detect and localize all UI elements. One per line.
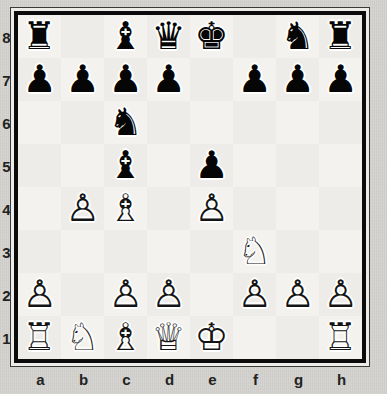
square-e3[interactable] xyxy=(190,230,233,273)
square-f5[interactable] xyxy=(233,144,276,187)
piece-black-knight: ♞ xyxy=(280,17,314,55)
board-border: ♜♝♛♚♞♜♟♟♟♟♟♟♟♞♝♟♙♗♙♘♙♙♙♙♙♙♖♘♗♕♔♖ xyxy=(14,11,366,363)
piece-black-pawn: ♟ xyxy=(151,60,185,98)
square-h8[interactable]: ♜ xyxy=(319,15,362,58)
square-b4[interactable]: ♙ xyxy=(61,187,104,230)
piece-white-knight: ♘ xyxy=(237,232,271,270)
piece-black-knight: ♞ xyxy=(108,103,142,141)
piece-black-pawn: ♟ xyxy=(194,146,228,184)
file-label-e: e xyxy=(191,371,234,388)
square-e1[interactable]: ♔ xyxy=(190,316,233,359)
square-f8[interactable] xyxy=(233,15,276,58)
square-f6[interactable] xyxy=(233,101,276,144)
square-e6[interactable] xyxy=(190,101,233,144)
square-f2[interactable]: ♙ xyxy=(233,273,276,316)
square-a5[interactable] xyxy=(18,144,61,187)
square-e2[interactable] xyxy=(190,273,233,316)
square-f3[interactable]: ♘ xyxy=(233,230,276,273)
square-d8[interactable]: ♛ xyxy=(147,15,190,58)
square-c5[interactable]: ♝ xyxy=(104,144,147,187)
square-c1[interactable]: ♗ xyxy=(104,316,147,359)
square-h2[interactable]: ♙ xyxy=(319,273,362,316)
square-h3[interactable] xyxy=(319,230,362,273)
square-b3[interactable] xyxy=(61,230,104,273)
square-b8[interactable] xyxy=(61,15,104,58)
square-g4[interactable] xyxy=(276,187,319,230)
square-c8[interactable]: ♝ xyxy=(104,15,147,58)
piece-white-knight: ♘ xyxy=(65,318,99,356)
piece-white-pawn: ♙ xyxy=(22,275,56,313)
file-label-b: b xyxy=(62,371,105,388)
square-h1[interactable]: ♖ xyxy=(319,316,362,359)
square-e8[interactable]: ♚ xyxy=(190,15,233,58)
square-b1[interactable]: ♘ xyxy=(61,316,104,359)
piece-white-rook: ♖ xyxy=(22,318,56,356)
piece-white-pawn: ♙ xyxy=(65,189,99,227)
piece-black-pawn: ♟ xyxy=(323,60,357,98)
square-d1[interactable]: ♕ xyxy=(147,316,190,359)
square-g5[interactable] xyxy=(276,144,319,187)
piece-black-king: ♚ xyxy=(194,17,228,55)
piece-black-pawn: ♟ xyxy=(65,60,99,98)
square-b2[interactable] xyxy=(61,273,104,316)
square-c7[interactable]: ♟ xyxy=(104,58,147,101)
square-d6[interactable] xyxy=(147,101,190,144)
square-f4[interactable] xyxy=(233,187,276,230)
square-g6[interactable] xyxy=(276,101,319,144)
file-label-h: h xyxy=(320,371,363,388)
square-d7[interactable]: ♟ xyxy=(147,58,190,101)
square-c2[interactable]: ♙ xyxy=(104,273,147,316)
piece-black-pawn: ♟ xyxy=(280,60,314,98)
piece-white-pawn: ♙ xyxy=(237,275,271,313)
piece-black-queen: ♛ xyxy=(151,17,185,55)
piece-black-bishop: ♝ xyxy=(108,146,142,184)
piece-white-pawn: ♙ xyxy=(280,275,314,313)
piece-black-pawn: ♟ xyxy=(108,60,142,98)
square-f7[interactable]: ♟ xyxy=(233,58,276,101)
square-g7[interactable]: ♟ xyxy=(276,58,319,101)
square-b7[interactable]: ♟ xyxy=(61,58,104,101)
square-g8[interactable]: ♞ xyxy=(276,15,319,58)
square-e7[interactable] xyxy=(190,58,233,101)
square-h4[interactable] xyxy=(319,187,362,230)
board-grid: ♜♝♛♚♞♜♟♟♟♟♟♟♟♞♝♟♙♗♙♘♙♙♙♙♙♙♖♘♗♕♔♖ xyxy=(18,15,362,359)
square-f1[interactable] xyxy=(233,316,276,359)
piece-white-queen: ♕ xyxy=(151,318,185,356)
square-a4[interactable] xyxy=(18,187,61,230)
piece-black-rook: ♜ xyxy=(22,17,56,55)
square-b5[interactable] xyxy=(61,144,104,187)
square-a8[interactable]: ♜ xyxy=(18,15,61,58)
piece-white-king: ♔ xyxy=(194,318,228,356)
square-c3[interactable] xyxy=(104,230,147,273)
piece-white-bishop: ♗ xyxy=(108,189,142,227)
square-a7[interactable]: ♟ xyxy=(18,58,61,101)
chess-diagram: 87654321 ♜♝♛♚♞♜♟♟♟♟♟♟♟♞♝♟♙♗♙♘♙♙♙♙♙♙♖♘♗♕♔… xyxy=(0,0,387,394)
square-d5[interactable] xyxy=(147,144,190,187)
square-a2[interactable]: ♙ xyxy=(18,273,61,316)
square-d4[interactable] xyxy=(147,187,190,230)
piece-white-pawn: ♙ xyxy=(194,189,228,227)
file-label-a: a xyxy=(19,371,62,388)
square-b6[interactable] xyxy=(61,101,104,144)
piece-black-pawn: ♟ xyxy=(237,60,271,98)
piece-white-rook: ♖ xyxy=(323,318,357,356)
square-h5[interactable] xyxy=(319,144,362,187)
square-d2[interactable]: ♙ xyxy=(147,273,190,316)
piece-black-bishop: ♝ xyxy=(108,17,142,55)
file-label-c: c xyxy=(105,371,148,388)
square-a6[interactable] xyxy=(18,101,61,144)
piece-black-rook: ♜ xyxy=(323,17,357,55)
piece-white-bishop: ♗ xyxy=(108,318,142,356)
square-e4[interactable]: ♙ xyxy=(190,187,233,230)
file-labels: abcdefgh xyxy=(19,371,363,388)
file-label-d: d xyxy=(148,371,191,388)
square-g2[interactable]: ♙ xyxy=(276,273,319,316)
piece-white-pawn: ♙ xyxy=(108,275,142,313)
square-h7[interactable]: ♟ xyxy=(319,58,362,101)
square-c4[interactable]: ♗ xyxy=(104,187,147,230)
square-a1[interactable]: ♖ xyxy=(18,316,61,359)
piece-white-pawn: ♙ xyxy=(323,275,357,313)
piece-black-pawn: ♟ xyxy=(22,60,56,98)
square-a3[interactable] xyxy=(18,230,61,273)
piece-white-pawn: ♙ xyxy=(151,275,185,313)
file-label-g: g xyxy=(277,371,320,388)
square-c6[interactable]: ♞ xyxy=(104,101,147,144)
square-d3[interactable] xyxy=(147,230,190,273)
file-label-f: f xyxy=(234,371,277,388)
square-e5[interactable]: ♟ xyxy=(190,144,233,187)
square-g1[interactable] xyxy=(276,316,319,359)
square-g3[interactable] xyxy=(276,230,319,273)
square-h6[interactable] xyxy=(319,101,362,144)
board-frame: ♜♝♛♚♞♜♟♟♟♟♟♟♟♞♝♟♙♗♙♘♙♙♙♙♙♙♖♘♗♕♔♖ xyxy=(10,7,370,367)
